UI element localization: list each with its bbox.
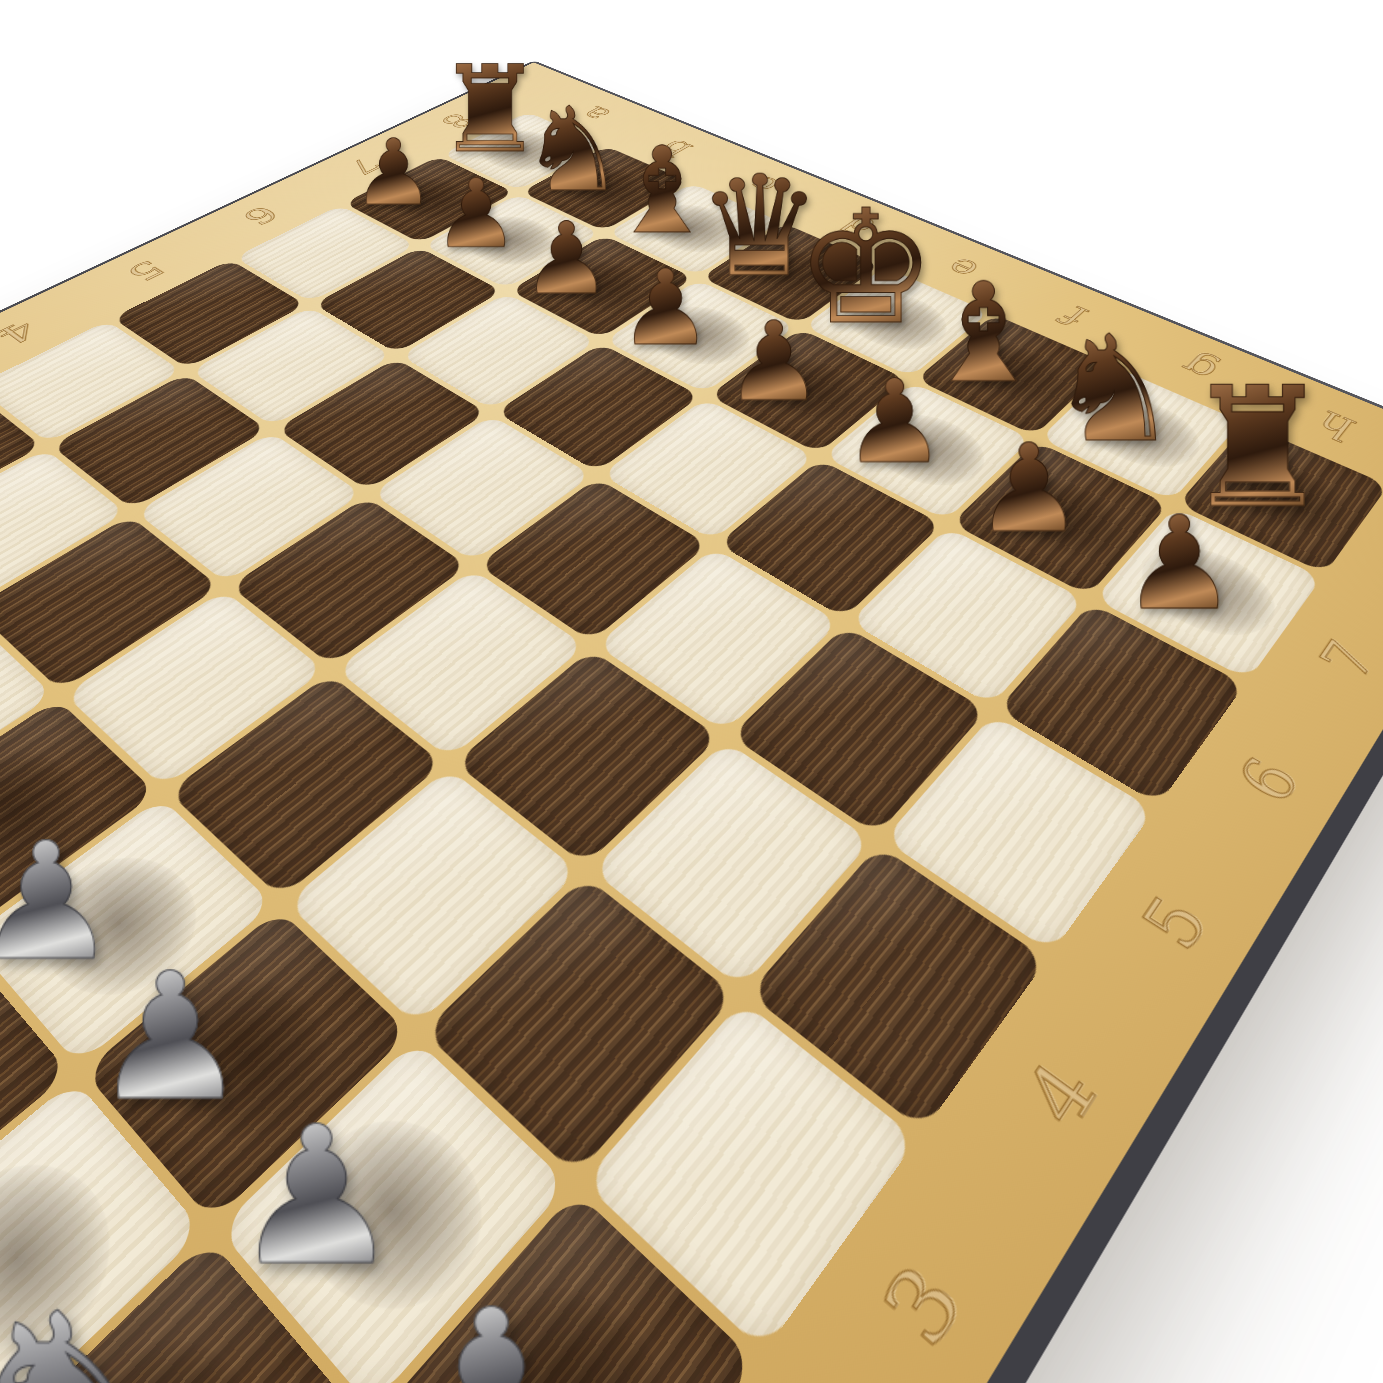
piece-black-pawn[interactable]: ♟ [725,311,823,415]
chess-board: abcdefgh abcdefgh 87654321 87654321 ♜♞♝♛… [0,60,1383,1383]
piece-black-pawn[interactable]: ♟ [843,368,946,477]
board-grid: ♜♞♝♛♚♝♞♜♟♟♟♟♟♟♟♟♟♟♟♟♟♟♟♟♜♞♝♛♚♝♞♜ [0,112,1383,1383]
piece-black-pawn[interactable]: ♟ [1121,503,1237,626]
piece-black-pawn[interactable]: ♟ [352,130,433,216]
piece-black-pawn[interactable]: ♟ [974,432,1083,548]
piece-black-pawn[interactable]: ♟ [618,259,711,358]
piece-white-pawn[interactable]: ♟ [92,955,249,1121]
piece-white-pawn[interactable]: ♟ [232,1107,403,1288]
piece-white-knight[interactable]: ♞ [0,1286,190,1383]
piece-white-pawn[interactable]: ♟ [398,1288,586,1383]
square-h2[interactable]: ♟ [378,1191,756,1383]
piece-black-pawn[interactable]: ♟ [522,212,611,306]
studio-scene: abcdefgh abcdefgh 87654321 87654321 ♜♞♝♛… [0,0,1383,1383]
piece-black-pawn[interactable]: ♟ [433,169,518,259]
